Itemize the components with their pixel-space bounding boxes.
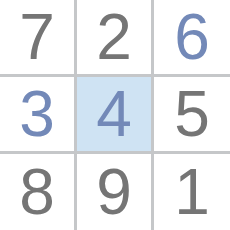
cell-digit: 9 bbox=[96, 160, 132, 224]
sudoku-cell[interactable]: 5 bbox=[154, 77, 230, 151]
cell-digit: 8 bbox=[19, 160, 55, 224]
sudoku-cell[interactable]: 6 bbox=[154, 0, 230, 74]
cell-digit: 2 bbox=[96, 5, 132, 69]
sudoku-cell[interactable]: 3 bbox=[0, 77, 74, 151]
cell-digit: 4 bbox=[96, 82, 132, 146]
cell-digit: 7 bbox=[19, 5, 55, 69]
sudoku-cell[interactable]: 8 bbox=[0, 154, 74, 230]
cell-digit: 6 bbox=[174, 5, 210, 69]
cell-digit: 1 bbox=[174, 160, 210, 224]
sudoku-cell[interactable]: 9 bbox=[77, 154, 151, 230]
sudoku-cell-selected[interactable]: 4 bbox=[77, 77, 151, 151]
sudoku-board: 7 2 6 3 4 5 8 9 1 bbox=[0, 0, 230, 230]
sudoku-cell[interactable]: 1 bbox=[154, 154, 230, 230]
cell-digit: 3 bbox=[19, 82, 55, 146]
cell-digit: 5 bbox=[174, 82, 210, 146]
sudoku-cell[interactable]: 2 bbox=[77, 0, 151, 74]
sudoku-cell[interactable]: 7 bbox=[0, 0, 74, 74]
